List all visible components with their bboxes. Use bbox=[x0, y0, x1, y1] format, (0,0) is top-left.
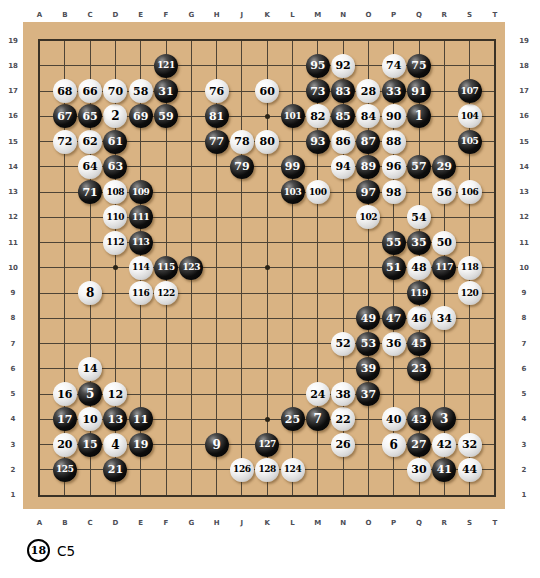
stone-black-29: 29 bbox=[432, 155, 456, 179]
column-label: Q bbox=[411, 11, 427, 19]
stone-black-119: 119 bbox=[407, 281, 431, 305]
stone-black-67: 67 bbox=[53, 104, 77, 128]
row-label: 8 bbox=[5, 314, 21, 322]
stone-black-33: 33 bbox=[382, 79, 406, 103]
stone-black-87: 87 bbox=[356, 130, 380, 154]
stone-black-101: 101 bbox=[281, 104, 305, 128]
row-label: 2 bbox=[5, 466, 21, 474]
annotation-point-label: C5 bbox=[57, 543, 75, 559]
row-label: 18 bbox=[516, 62, 532, 70]
stone-white-124: 124 bbox=[281, 458, 305, 482]
row-label: 4 bbox=[516, 415, 532, 423]
column-label: M bbox=[310, 519, 326, 527]
stone-black-75: 75 bbox=[407, 54, 431, 78]
stone-black-55: 55 bbox=[382, 231, 406, 255]
stone-white-6: 6 bbox=[382, 433, 406, 457]
row-label: 16 bbox=[516, 112, 532, 120]
row-label: 14 bbox=[516, 163, 532, 171]
stone-white-16: 16 bbox=[53, 382, 77, 406]
column-label: G bbox=[183, 519, 199, 527]
stone-white-68: 68 bbox=[53, 79, 77, 103]
column-label: P bbox=[386, 519, 402, 527]
stone-black-39: 39 bbox=[356, 357, 380, 381]
stone-black-19: 19 bbox=[129, 433, 153, 457]
row-label: 7 bbox=[5, 340, 21, 348]
stone-white-94: 94 bbox=[331, 155, 355, 179]
stone-black-93: 93 bbox=[306, 130, 330, 154]
column-label: T bbox=[487, 519, 503, 527]
stone-black-23: 23 bbox=[407, 357, 431, 381]
column-label: L bbox=[285, 11, 301, 19]
column-label: E bbox=[133, 519, 149, 527]
stone-black-121: 121 bbox=[154, 54, 178, 78]
column-label: B bbox=[57, 11, 73, 19]
column-label: R bbox=[436, 519, 452, 527]
stone-white-100: 100 bbox=[306, 180, 330, 204]
stone-white-26: 26 bbox=[331, 433, 355, 457]
stone-black-91: 91 bbox=[407, 79, 431, 103]
column-label: N bbox=[335, 519, 351, 527]
row-label: 3 bbox=[5, 441, 21, 449]
column-label: A bbox=[32, 11, 48, 19]
row-label: 6 bbox=[516, 365, 532, 373]
row-label: 16 bbox=[5, 112, 21, 120]
row-label: 3 bbox=[516, 441, 532, 449]
row-label: 17 bbox=[5, 87, 21, 95]
stone-black-117: 117 bbox=[432, 256, 456, 280]
stone-black-57: 57 bbox=[407, 155, 431, 179]
stone-black-111: 111 bbox=[129, 205, 153, 229]
row-label: 8 bbox=[516, 314, 532, 322]
row-label: 19 bbox=[516, 37, 532, 45]
stone-white-42: 42 bbox=[432, 433, 456, 457]
stone-black-61: 61 bbox=[103, 130, 127, 154]
goban[interactable]: 1234567891011121314151617192021222324252… bbox=[23, 22, 505, 509]
stone-white-62: 62 bbox=[78, 130, 102, 154]
stone-white-24: 24 bbox=[306, 382, 330, 406]
row-label: 2 bbox=[516, 466, 532, 474]
stone-white-90: 90 bbox=[382, 104, 406, 128]
stone-white-30: 30 bbox=[407, 458, 431, 482]
stone-black-99: 99 bbox=[281, 155, 305, 179]
row-label: 9 bbox=[5, 289, 21, 297]
go-game-diagram: ABCDEFGHJKLMNOPQRST ABCDEFGHJKLMNOPQRST … bbox=[0, 0, 540, 578]
column-label: J bbox=[234, 11, 250, 19]
row-label: 1 bbox=[5, 491, 21, 499]
stone-white-82: 82 bbox=[306, 104, 330, 128]
column-label: K bbox=[259, 519, 275, 527]
row-label: 10 bbox=[5, 264, 21, 272]
stone-black-89: 89 bbox=[356, 155, 380, 179]
stone-black-81: 81 bbox=[205, 104, 229, 128]
stone-black-47: 47 bbox=[382, 306, 406, 330]
column-label: D bbox=[107, 519, 123, 527]
row-label: 4 bbox=[5, 415, 21, 423]
column-label: K bbox=[259, 11, 275, 19]
stone-black-45: 45 bbox=[407, 332, 431, 356]
column-label: L bbox=[285, 519, 301, 527]
stone-white-104: 104 bbox=[458, 104, 482, 128]
row-label: 11 bbox=[5, 239, 21, 247]
stone-white-86: 86 bbox=[331, 130, 355, 154]
stone-white-64: 64 bbox=[78, 155, 102, 179]
stone-white-48: 48 bbox=[407, 256, 431, 280]
stone-white-96: 96 bbox=[382, 155, 406, 179]
stone-black-115: 115 bbox=[154, 256, 178, 280]
column-label: D bbox=[107, 11, 123, 19]
stone-white-50: 50 bbox=[432, 231, 456, 255]
stone-white-128: 128 bbox=[255, 458, 279, 482]
column-label: S bbox=[462, 11, 478, 19]
stone-white-72: 72 bbox=[53, 130, 77, 154]
stone-white-60: 60 bbox=[255, 79, 279, 103]
stone-black-125: 125 bbox=[53, 458, 77, 482]
row-label: 13 bbox=[5, 188, 21, 196]
stone-black-53: 53 bbox=[356, 332, 380, 356]
row-label: 5 bbox=[5, 390, 21, 398]
stone-black-69: 69 bbox=[129, 104, 153, 128]
stone-black-79: 79 bbox=[230, 155, 254, 179]
row-label: 10 bbox=[516, 264, 532, 272]
stone-white-106: 106 bbox=[458, 180, 482, 204]
row-label: 12 bbox=[516, 213, 532, 221]
column-label: O bbox=[360, 519, 376, 527]
stone-white-112: 112 bbox=[103, 231, 127, 255]
stone-black-63: 63 bbox=[103, 155, 127, 179]
stone-white-20: 20 bbox=[53, 433, 77, 457]
row-label: 19 bbox=[5, 37, 21, 45]
column-label: O bbox=[360, 11, 376, 19]
stone-black-27: 27 bbox=[407, 433, 431, 457]
stone-black-123: 123 bbox=[179, 256, 203, 280]
stone-white-38: 38 bbox=[331, 382, 355, 406]
stone-white-32: 32 bbox=[458, 433, 482, 457]
stone-white-36: 36 bbox=[382, 332, 406, 356]
stone-white-40: 40 bbox=[382, 407, 406, 431]
row-label: 18 bbox=[5, 62, 21, 70]
stone-black-83: 83 bbox=[331, 79, 355, 103]
row-label: 12 bbox=[5, 213, 21, 221]
stone-white-126: 126 bbox=[230, 458, 254, 482]
stone-black-11: 11 bbox=[129, 407, 153, 431]
stone-white-74: 74 bbox=[382, 54, 406, 78]
stone-white-98: 98 bbox=[382, 180, 406, 204]
row-label: 14 bbox=[5, 163, 21, 171]
stone-black-77: 77 bbox=[205, 130, 229, 154]
stone-black-103: 103 bbox=[281, 180, 305, 204]
stone-black-7: 7 bbox=[306, 407, 330, 431]
stone-black-31: 31 bbox=[154, 79, 178, 103]
stone-white-120: 120 bbox=[458, 281, 482, 305]
stone-white-66: 66 bbox=[78, 79, 102, 103]
stone-black-109: 109 bbox=[129, 180, 153, 204]
row-label: 17 bbox=[516, 87, 532, 95]
stone-white-80: 80 bbox=[255, 130, 279, 154]
column-label: N bbox=[335, 11, 351, 19]
stone-white-114: 114 bbox=[129, 256, 153, 280]
stone-black-51: 51 bbox=[382, 256, 406, 280]
column-label: M bbox=[310, 11, 326, 19]
stone-black-73: 73 bbox=[306, 79, 330, 103]
stone-black-71: 71 bbox=[78, 180, 102, 204]
stone-white-8: 8 bbox=[78, 281, 102, 305]
row-label: 9 bbox=[516, 289, 532, 297]
star-point bbox=[265, 114, 270, 119]
row-label: 15 bbox=[5, 138, 21, 146]
column-label: H bbox=[209, 11, 225, 19]
stone-black-113: 113 bbox=[129, 231, 153, 255]
column-label: Q bbox=[411, 519, 427, 527]
move-annotation: 18 C5 bbox=[27, 539, 75, 562]
column-label: G bbox=[183, 11, 199, 19]
stone-black-107: 107 bbox=[458, 79, 482, 103]
row-label: 13 bbox=[516, 188, 532, 196]
stone-white-76: 76 bbox=[205, 79, 229, 103]
stone-white-118: 118 bbox=[458, 256, 482, 280]
stone-white-92: 92 bbox=[331, 54, 355, 78]
stone-white-78: 78 bbox=[230, 130, 254, 154]
stone-black-15: 15 bbox=[78, 433, 102, 457]
column-label: S bbox=[462, 519, 478, 527]
stone-black-17: 17 bbox=[53, 407, 77, 431]
stone-white-44: 44 bbox=[458, 458, 482, 482]
stone-white-122: 122 bbox=[154, 281, 178, 305]
stone-white-88: 88 bbox=[382, 130, 406, 154]
column-label: F bbox=[158, 11, 174, 19]
column-label: R bbox=[436, 11, 452, 19]
column-label: J bbox=[234, 519, 250, 527]
white-stone-18-marker: 18 bbox=[27, 539, 50, 562]
column-label: B bbox=[57, 519, 73, 527]
column-label: F bbox=[158, 519, 174, 527]
row-label: 1 bbox=[516, 491, 532, 499]
row-label: 15 bbox=[516, 138, 532, 146]
stone-black-25: 25 bbox=[281, 407, 305, 431]
star-point bbox=[265, 417, 270, 422]
stone-black-21: 21 bbox=[103, 458, 127, 482]
stone-white-4: 4 bbox=[103, 433, 127, 457]
star-point bbox=[265, 265, 270, 270]
stone-black-127: 127 bbox=[255, 433, 279, 457]
column-label: H bbox=[209, 519, 225, 527]
column-label: T bbox=[487, 11, 503, 19]
row-label: 7 bbox=[516, 340, 532, 348]
row-label: 11 bbox=[516, 239, 532, 247]
stone-black-9: 9 bbox=[205, 433, 229, 457]
row-label: 5 bbox=[516, 390, 532, 398]
column-label: A bbox=[32, 519, 48, 527]
stone-black-5: 5 bbox=[78, 382, 102, 406]
stone-white-116: 116 bbox=[129, 281, 153, 305]
column-label: C bbox=[82, 519, 98, 527]
stone-black-95: 95 bbox=[306, 54, 330, 78]
column-label: P bbox=[386, 11, 402, 19]
stone-white-52: 52 bbox=[331, 332, 355, 356]
column-label: E bbox=[133, 11, 149, 19]
stone-white-14: 14 bbox=[78, 357, 102, 381]
stone-black-105: 105 bbox=[458, 130, 482, 154]
stone-black-35: 35 bbox=[407, 231, 431, 255]
stone-white-58: 58 bbox=[129, 79, 153, 103]
column-label: C bbox=[82, 11, 98, 19]
stone-black-41: 41 bbox=[432, 458, 456, 482]
row-label: 6 bbox=[5, 365, 21, 373]
